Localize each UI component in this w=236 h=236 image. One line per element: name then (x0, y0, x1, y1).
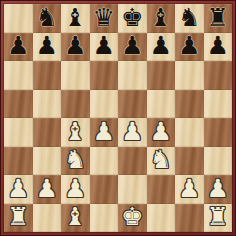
square-g5[interactable] (175, 90, 204, 119)
square-g2[interactable]: ♟ (175, 175, 204, 204)
square-e8[interactable]: ♚ (118, 4, 147, 33)
square-c3[interactable]: ♞ (61, 147, 90, 176)
square-a3[interactable] (4, 147, 33, 176)
square-f2[interactable] (147, 175, 176, 204)
square-g4[interactable] (175, 118, 204, 147)
white-rook-piece[interactable]: ♜ (207, 204, 229, 229)
square-h5[interactable] (204, 90, 233, 119)
square-e1[interactable]: ♚ (118, 204, 147, 233)
square-a8[interactable] (4, 4, 33, 33)
square-f5[interactable] (147, 90, 176, 119)
square-c5[interactable] (61, 90, 90, 119)
square-g1[interactable] (175, 204, 204, 233)
square-b7[interactable]: ♟ (33, 33, 62, 62)
square-d2[interactable] (90, 175, 119, 204)
square-a4[interactable] (4, 118, 33, 147)
square-d5[interactable] (90, 90, 119, 119)
square-g3[interactable] (175, 147, 204, 176)
white-pawn-piece[interactable]: ♟ (7, 176, 29, 201)
white-knight-piece[interactable]: ♞ (150, 147, 172, 172)
square-b2[interactable]: ♟ (33, 175, 62, 204)
square-b6[interactable] (33, 61, 62, 90)
square-c4[interactable]: ♝ (61, 118, 90, 147)
square-f3[interactable]: ♞ (147, 147, 176, 176)
square-c6[interactable] (61, 61, 90, 90)
black-pawn-piece[interactable]: ♟ (121, 33, 143, 58)
square-d4[interactable]: ♟ (90, 118, 119, 147)
square-f7[interactable]: ♟ (147, 33, 176, 62)
square-d3[interactable] (90, 147, 119, 176)
black-pawn-piece[interactable]: ♟ (93, 33, 115, 58)
square-h3[interactable] (204, 147, 233, 176)
square-d7[interactable]: ♟ (90, 33, 119, 62)
square-c7[interactable]: ♟ (61, 33, 90, 62)
square-g8[interactable]: ♞ (175, 4, 204, 33)
square-d6[interactable] (90, 61, 119, 90)
white-rook-piece[interactable]: ♜ (7, 204, 29, 229)
white-pawn-piece[interactable]: ♟ (121, 119, 143, 144)
square-c1[interactable]: ♝ (61, 204, 90, 233)
square-b8[interactable]: ♞ (33, 4, 62, 33)
black-king-piece[interactable]: ♚ (121, 5, 143, 30)
square-b3[interactable] (33, 147, 62, 176)
white-knight-piece[interactable]: ♞ (64, 147, 86, 172)
square-g6[interactable] (175, 61, 204, 90)
square-h1[interactable]: ♜ (204, 204, 233, 233)
white-pawn-piece[interactable]: ♟ (36, 176, 58, 201)
square-c2[interactable]: ♟ (61, 175, 90, 204)
square-b5[interactable] (33, 90, 62, 119)
black-queen-piece[interactable]: ♛ (93, 5, 115, 30)
square-e4[interactable]: ♟ (118, 118, 147, 147)
square-f8[interactable]: ♝ (147, 4, 176, 33)
black-pawn-piece[interactable]: ♟ (7, 33, 29, 58)
square-e7[interactable]: ♟ (118, 33, 147, 62)
black-bishop-piece[interactable]: ♝ (64, 5, 86, 30)
white-pawn-piece[interactable]: ♟ (150, 119, 172, 144)
square-e5[interactable] (118, 90, 147, 119)
white-king-piece[interactable]: ♚ (121, 204, 143, 229)
square-b4[interactable] (33, 118, 62, 147)
square-h8[interactable]: ♜ (204, 4, 233, 33)
square-h2[interactable]: ♟ (204, 175, 233, 204)
square-d8[interactable]: ♛ (90, 4, 119, 33)
black-pawn-piece[interactable]: ♟ (64, 33, 86, 58)
black-pawn-piece[interactable]: ♟ (207, 33, 229, 58)
square-f1[interactable] (147, 204, 176, 233)
square-c8[interactable]: ♝ (61, 4, 90, 33)
black-knight-piece[interactable]: ♞ (36, 5, 58, 30)
black-rook-piece[interactable]: ♜ (207, 5, 229, 30)
square-h7[interactable]: ♟ (204, 33, 233, 62)
white-pawn-piece[interactable]: ♟ (178, 176, 200, 201)
black-pawn-piece[interactable]: ♟ (36, 33, 58, 58)
square-b1[interactable] (33, 204, 62, 233)
square-d1[interactable] (90, 204, 119, 233)
square-g7[interactable]: ♟ (175, 33, 204, 62)
square-f4[interactable]: ♟ (147, 118, 176, 147)
square-e3[interactable] (118, 147, 147, 176)
white-bishop-piece[interactable]: ♝ (64, 204, 86, 229)
square-h6[interactable] (204, 61, 233, 90)
square-a1[interactable]: ♜ (4, 204, 33, 233)
square-a6[interactable] (4, 61, 33, 90)
black-bishop-piece[interactable]: ♝ (150, 5, 172, 30)
white-pawn-piece[interactable]: ♟ (207, 176, 229, 201)
chess-board: ♞♝♛♚♝♞♜♟♟♟♟♟♟♟♟♝♟♟♟♞♞♟♟♟♟♟♜♝♚♜ (4, 4, 232, 232)
white-bishop-piece[interactable]: ♝ (64, 119, 86, 144)
square-e6[interactable] (118, 61, 147, 90)
square-e2[interactable] (118, 175, 147, 204)
black-pawn-piece[interactable]: ♟ (178, 33, 200, 58)
square-f6[interactable] (147, 61, 176, 90)
white-pawn-piece[interactable]: ♟ (64, 176, 86, 201)
square-h4[interactable] (204, 118, 233, 147)
black-knight-piece[interactable]: ♞ (178, 5, 200, 30)
chess-board-frame: ♞♝♛♚♝♞♜♟♟♟♟♟♟♟♟♝♟♟♟♞♞♟♟♟♟♟♜♝♚♜ (0, 0, 236, 236)
black-pawn-piece[interactable]: ♟ (150, 33, 172, 58)
white-pawn-piece[interactable]: ♟ (93, 119, 115, 144)
square-a2[interactable]: ♟ (4, 175, 33, 204)
square-a7[interactable]: ♟ (4, 33, 33, 62)
square-a5[interactable] (4, 90, 33, 119)
